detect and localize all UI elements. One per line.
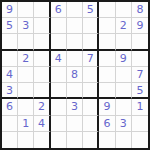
cell-r3c9[interactable] <box>132 34 148 50</box>
cell-r1c4[interactable]: 6 <box>51 2 67 18</box>
cell-r8c5[interactable] <box>67 116 83 132</box>
cell-r9c5[interactable] <box>67 132 83 148</box>
cell-r3c8[interactable] <box>116 34 132 50</box>
cell-r9c9[interactable] <box>132 132 148 148</box>
cell-r4c7[interactable] <box>99 51 115 67</box>
cell-r8c7[interactable]: 6 <box>99 116 115 132</box>
cell-r6c5[interactable] <box>67 83 83 99</box>
cell-r6c6[interactable] <box>83 83 99 99</box>
cell-r5c2[interactable] <box>18 67 34 83</box>
cell-r3c7[interactable] <box>99 34 115 50</box>
cell-r2c7[interactable] <box>99 18 115 34</box>
cell-r1c2[interactable] <box>18 2 34 18</box>
cell-r5c5[interactable]: 8 <box>67 67 83 83</box>
cell-r7c6[interactable] <box>83 99 99 115</box>
cell-r6c2[interactable] <box>18 83 34 99</box>
cell-r1c1[interactable]: 9 <box>2 2 18 18</box>
cell-r2c4[interactable] <box>51 18 67 34</box>
cell-r1c5[interactable] <box>67 2 83 18</box>
cell-r1c8[interactable] <box>116 2 132 18</box>
cell-r7c3[interactable]: 2 <box>34 99 50 115</box>
cell-r7c8[interactable] <box>116 99 132 115</box>
cell-r5c7[interactable] <box>99 67 115 83</box>
cell-r4c6[interactable]: 7 <box>83 51 99 67</box>
cell-r3c2[interactable] <box>18 34 34 50</box>
cell-r6c7[interactable] <box>99 83 115 99</box>
cell-r7c2[interactable] <box>18 99 34 115</box>
cell-r6c4[interactable] <box>51 83 67 99</box>
cell-r8c2[interactable]: 1 <box>18 116 34 132</box>
cell-r3c4[interactable] <box>51 34 67 50</box>
cell-r4c3[interactable] <box>34 51 50 67</box>
cell-r5c4[interactable] <box>51 67 67 83</box>
cell-r4c2[interactable]: 2 <box>18 51 34 67</box>
cell-r5c6[interactable] <box>83 67 99 83</box>
cell-r6c8[interactable] <box>116 83 132 99</box>
cell-r2c1[interactable]: 5 <box>2 18 18 34</box>
sudoku-board: 96585329247948735623911463 <box>0 0 150 150</box>
cell-r5c1[interactable]: 4 <box>2 67 18 83</box>
cell-r9c6[interactable] <box>83 132 99 148</box>
cell-r8c1[interactable] <box>2 116 18 132</box>
cell-r7c1[interactable]: 6 <box>2 99 18 115</box>
cell-r8c8[interactable]: 3 <box>116 116 132 132</box>
cell-r3c3[interactable] <box>34 34 50 50</box>
cell-r8c4[interactable] <box>51 116 67 132</box>
cell-r4c8[interactable]: 9 <box>116 51 132 67</box>
cell-r7c4[interactable] <box>51 99 67 115</box>
cell-r7c5[interactable]: 3 <box>67 99 83 115</box>
cell-r5c9[interactable]: 7 <box>132 67 148 83</box>
cell-r3c6[interactable] <box>83 34 99 50</box>
cell-r6c9[interactable]: 5 <box>132 83 148 99</box>
cell-r6c3[interactable] <box>34 83 50 99</box>
cell-r1c3[interactable] <box>34 2 50 18</box>
cell-r2c8[interactable]: 2 <box>116 18 132 34</box>
cell-r9c8[interactable] <box>116 132 132 148</box>
cell-r5c8[interactable] <box>116 67 132 83</box>
cell-r4c4[interactable]: 4 <box>51 51 67 67</box>
cell-r8c9[interactable] <box>132 116 148 132</box>
cell-r4c9[interactable] <box>132 51 148 67</box>
cell-r4c5[interactable] <box>67 51 83 67</box>
cell-r9c7[interactable] <box>99 132 115 148</box>
cell-r8c6[interactable] <box>83 116 99 132</box>
cell-r9c4[interactable] <box>51 132 67 148</box>
cell-r5c3[interactable] <box>34 67 50 83</box>
cell-r2c9[interactable]: 9 <box>132 18 148 34</box>
cell-r7c9[interactable]: 1 <box>132 99 148 115</box>
cell-r2c5[interactable] <box>67 18 83 34</box>
cell-r1c9[interactable]: 8 <box>132 2 148 18</box>
cell-r1c6[interactable]: 5 <box>83 2 99 18</box>
cell-r7c7[interactable]: 9 <box>99 99 115 115</box>
cell-r2c3[interactable] <box>34 18 50 34</box>
cell-r3c1[interactable] <box>2 34 18 50</box>
cell-r2c6[interactable] <box>83 18 99 34</box>
cell-r9c3[interactable] <box>34 132 50 148</box>
cell-r8c3[interactable]: 4 <box>34 116 50 132</box>
cell-r2c2[interactable]: 3 <box>18 18 34 34</box>
cell-r3c5[interactable] <box>67 34 83 50</box>
cell-r9c2[interactable] <box>18 132 34 148</box>
cell-r6c1[interactable]: 3 <box>2 83 18 99</box>
cell-r9c1[interactable] <box>2 132 18 148</box>
cell-r4c1[interactable] <box>2 51 18 67</box>
cell-r1c7[interactable] <box>99 2 115 18</box>
